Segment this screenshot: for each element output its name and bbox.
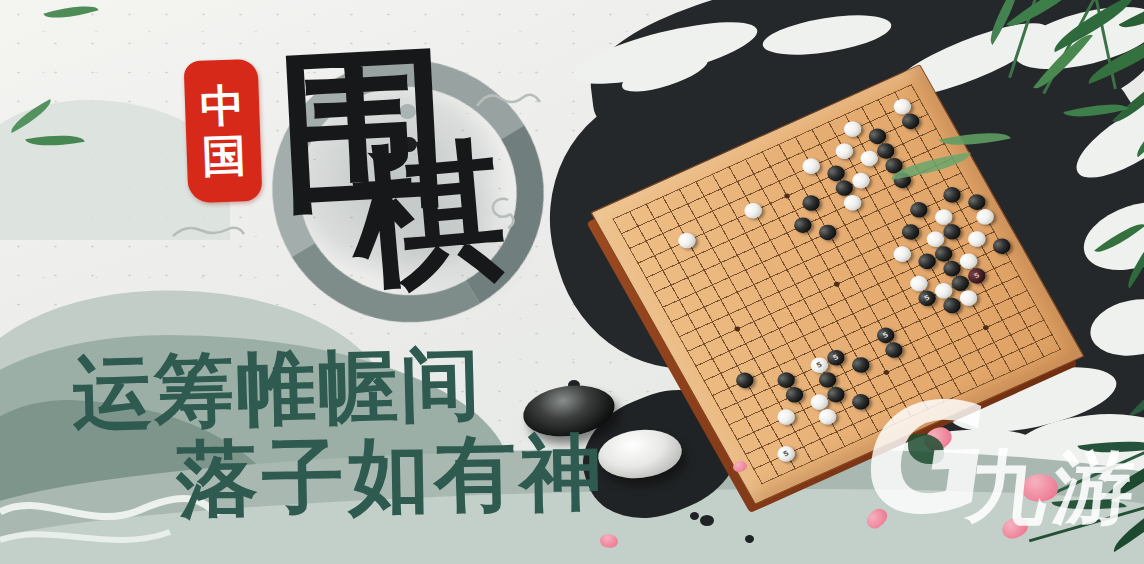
black-stone <box>791 215 814 236</box>
white-stone <box>965 229 988 250</box>
white-stone <box>675 230 698 251</box>
stone-mark: 5 <box>832 354 840 362</box>
stone-mark: 5 <box>923 294 931 302</box>
star-point <box>783 193 790 200</box>
white-stone: 5 <box>775 443 798 464</box>
star-point <box>982 324 989 331</box>
slogan-line-1: 运筹帷幄间 <box>71 343 483 434</box>
black-stone <box>899 222 922 243</box>
stone-mark: 5 <box>782 450 790 458</box>
white-stone <box>841 119 864 140</box>
black-stone <box>990 236 1013 257</box>
black-stone <box>940 184 963 205</box>
jiuyou-logo-text: 九游 <box>964 448 1144 528</box>
white-stone <box>800 156 823 177</box>
black-stone <box>733 370 756 391</box>
stone-mark: 5 <box>882 331 890 339</box>
jiuyou-watermark: G 九游 <box>850 402 1144 564</box>
star-point <box>734 326 741 333</box>
go-promo-banner[interactable]: 555555 围 棋 中 国 运筹帷幄间 落子如有神 <box>0 0 1144 564</box>
cloud-scroll-icon <box>170 220 246 246</box>
china-seal: 中 国 <box>184 59 263 203</box>
black-stone <box>849 355 872 376</box>
white-stone <box>775 407 798 428</box>
ink-splat-dot <box>700 515 714 526</box>
star-point <box>833 281 840 288</box>
stone-mark: 5 <box>973 272 981 280</box>
stone-mark: 5 <box>815 361 823 369</box>
seal-char-guo: 国 <box>201 133 247 179</box>
black-stone <box>799 193 822 214</box>
slogan-line-2: 落子如有神 <box>175 430 606 519</box>
ink-splat-dot <box>745 535 754 543</box>
white-stone <box>891 244 914 265</box>
white-stone <box>833 141 856 162</box>
white-stone <box>741 200 764 221</box>
ink-splat-dot <box>690 512 699 520</box>
title-char-qi: 棋 <box>346 132 511 297</box>
black-stone <box>907 199 930 220</box>
seal-char-zhong: 中 <box>199 83 245 129</box>
cloud-scroll-icon <box>474 86 544 116</box>
black-stone <box>816 222 839 243</box>
